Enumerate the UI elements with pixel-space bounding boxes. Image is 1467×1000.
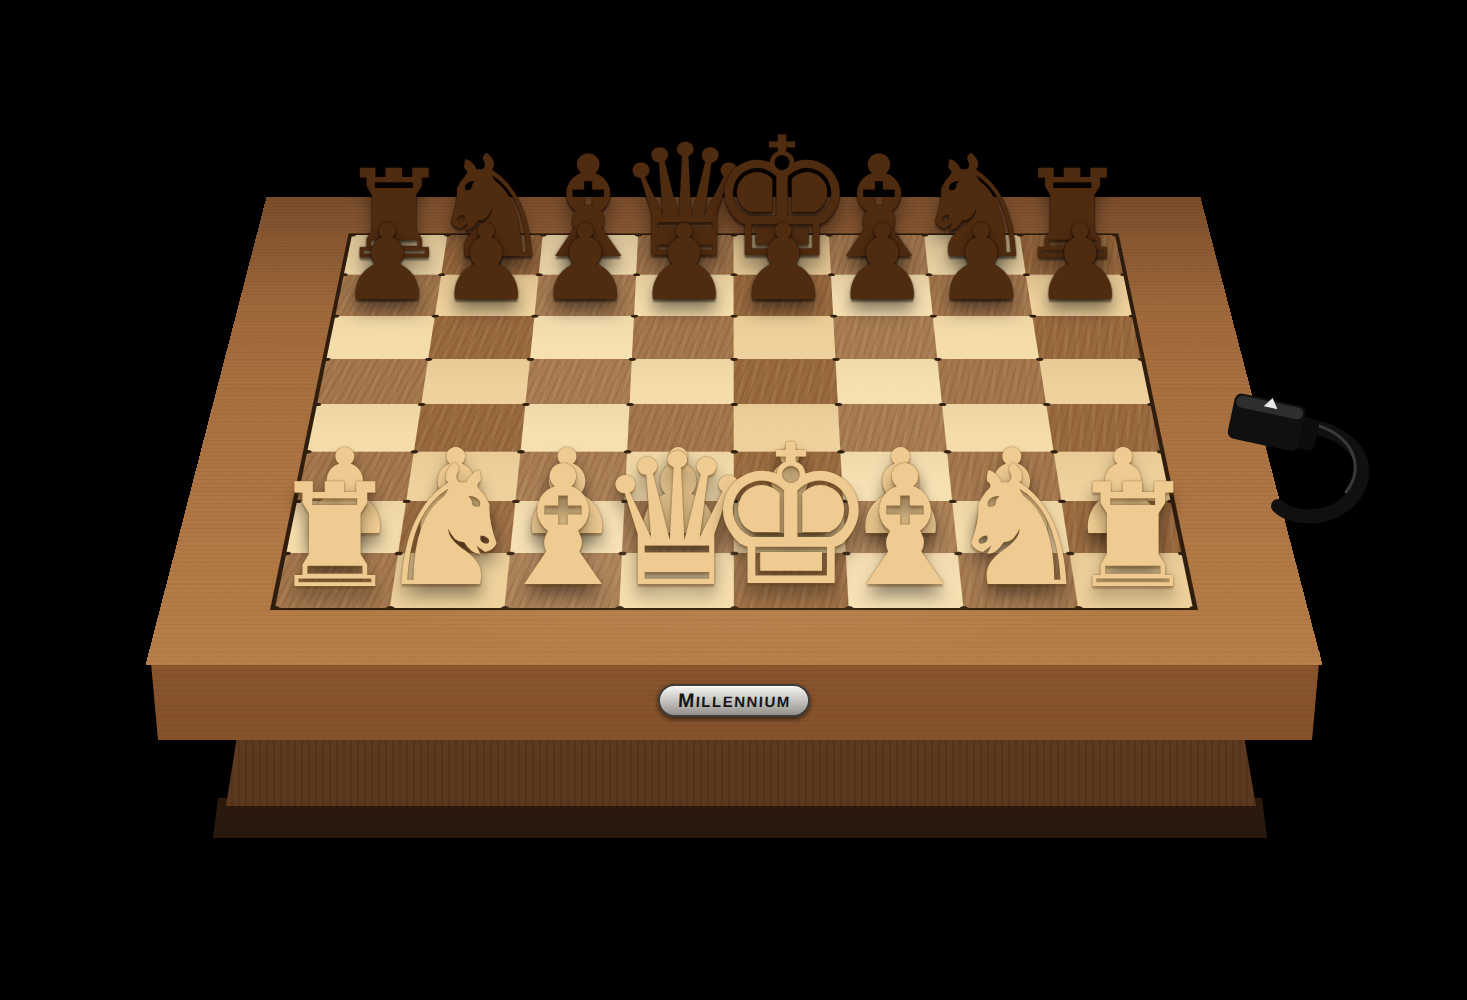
grid-dot [832,358,839,361]
grid-dot [500,606,508,610]
grid-dot [394,551,402,555]
grid-dot [730,314,737,317]
grid-dot [517,450,525,453]
grid-dot [633,273,640,276]
grid-dot [830,314,837,317]
grid-dot [959,606,967,610]
grid-dot [825,234,832,237]
chess-board [145,197,1322,665]
grid-dot [444,234,451,237]
grid-dot [431,314,438,317]
grid-dot [948,499,956,503]
grid-dot [730,234,737,237]
grid-dot [1022,273,1029,276]
grid-dot [925,273,932,276]
grid-dot [322,358,330,361]
grid-dot [1137,358,1145,361]
grid-dot [837,450,845,453]
grid-dot [531,314,538,317]
grid-dot [1074,606,1083,610]
grid-dot [834,403,841,406]
grid-dot [1057,499,1065,503]
grid-dot [506,551,514,555]
grid-dot [539,234,546,237]
grid-dot [621,499,629,503]
grid-dot [293,499,301,503]
grid-dot [626,403,633,406]
usb-cable [1200,370,1467,580]
grid-dot [845,606,853,610]
grid-dot [1035,358,1043,361]
grid-dot [839,499,847,503]
grid-dot [1065,551,1073,555]
grid-dot [730,403,737,406]
grid-dot [730,606,738,610]
grid-dot [934,358,941,361]
grid-dot [615,606,623,610]
grid-dot [1042,403,1050,406]
grid-dot [954,551,962,555]
brand-label: MILLENNIUM [677,691,791,711]
grid-dot [921,234,928,237]
grid-dot [730,551,738,555]
grid-dot [417,403,425,406]
grid-dot [842,551,850,555]
grid-dot [618,551,626,555]
grid-dot [1166,499,1174,503]
grid-dot [1177,551,1186,555]
grid-dot [938,403,946,406]
grid-dot [1029,314,1036,317]
grid-dot [1128,314,1136,317]
grid-dot [827,273,834,276]
grid-dot [635,234,642,237]
grid-dot [385,606,394,610]
grid-dot [929,314,936,317]
grid-dot [331,314,339,317]
grid-dot [1146,403,1154,406]
grid-dot [623,450,631,453]
grid-dot [535,273,542,276]
grid-dot [1111,234,1118,237]
grid-dot [424,358,432,361]
grid-dot [526,358,533,361]
millennium-chess-board-photo: MILLENNIUM ♜♞♝♛♚♝♞♜♟♟♟♟♟♟♟♟♟♟♟♟♟♟♟♟♜♞♝♛♚… [0,0,1467,1000]
grid-dot [438,273,445,276]
usb-plug-icon [1227,390,1323,455]
grid-dot [943,450,951,453]
grid-dot [340,273,347,276]
grid-dot [1156,450,1164,453]
brand-badge: MILLENNIUM [658,684,810,717]
grid-dot [511,499,519,503]
grid-dot [282,551,291,555]
grid-dot [410,450,418,453]
grid-dot [1016,234,1023,237]
grid-dot [1050,450,1058,453]
grid-dot [628,358,635,361]
grid-dot [730,358,737,361]
grid-dot [348,234,355,237]
grid-dot [402,499,410,503]
grid-dot [303,450,311,453]
grid-dot [730,450,737,453]
grid-dot [630,314,637,317]
grid-dot [1120,273,1127,276]
grid-dot [522,403,530,406]
grid-dot [1188,606,1197,610]
grid-dot [271,606,280,610]
grid-dot [730,499,738,503]
grid-dot [313,403,321,406]
grid-dot [730,273,737,276]
